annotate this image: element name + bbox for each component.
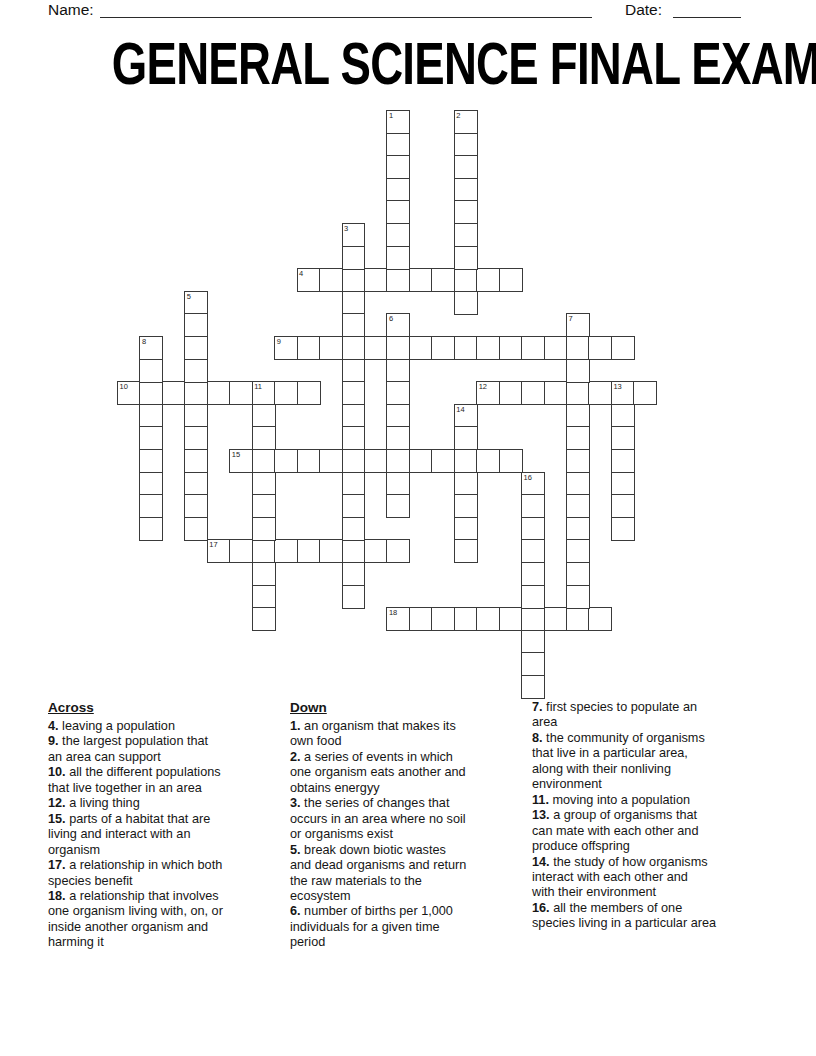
grid-cell[interactable]: [588, 607, 612, 631]
grid-cell[interactable]: [386, 200, 410, 224]
grid-cell[interactable]: [431, 336, 455, 360]
down-header: Down: [290, 700, 528, 716]
grid-cell[interactable]: [521, 494, 545, 518]
grid-cell[interactable]: [633, 381, 657, 405]
grid-cell[interactable]: [342, 539, 366, 563]
grid-cell[interactable]: [297, 449, 321, 473]
grid-cell[interactable]: [274, 381, 298, 405]
cell-number: 14: [456, 405, 464, 414]
across-header: Across: [48, 700, 286, 716]
grid-cell[interactable]: [499, 381, 523, 405]
grid-cell[interactable]: [342, 359, 366, 383]
grid-cell[interactable]: [566, 607, 590, 631]
grid-cell[interactable]: [252, 539, 276, 563]
grid-cell[interactable]: [454, 133, 478, 157]
grid-cell[interactable]: [566, 539, 590, 563]
clue-number: 6.: [290, 904, 301, 918]
grid-cell[interactable]: [544, 336, 568, 360]
grid-cell[interactable]: [139, 472, 163, 496]
clue-text: a series of events in which one organism…: [290, 750, 466, 795]
grid-cell[interactable]: [386, 359, 410, 383]
grid-cell[interactable]: [342, 268, 366, 292]
grid-cell[interactable]: [364, 449, 388, 473]
cell-number: 6: [389, 314, 393, 323]
grid-cell[interactable]: [364, 539, 388, 563]
grid-cell[interactable]: [139, 404, 163, 428]
grid-cell[interactable]: 9: [274, 336, 298, 360]
grid-cell[interactable]: [184, 449, 208, 473]
cell-number: 5: [187, 292, 191, 301]
clue-text: the study of how organisms interact with…: [532, 855, 708, 900]
grid-cell[interactable]: [611, 517, 635, 541]
grid-cell[interactable]: [409, 268, 433, 292]
grid-cell[interactable]: [611, 449, 635, 473]
grid-cell[interactable]: [499, 607, 523, 631]
grid-cell[interactable]: 7: [566, 313, 590, 337]
grid-cell[interactable]: [139, 494, 163, 518]
grid-cell[interactable]: [454, 223, 478, 247]
clue-text: the community of organisms that live in …: [532, 731, 705, 791]
grid-cell[interactable]: [566, 426, 590, 450]
grid-cell[interactable]: [454, 155, 478, 179]
clue-number: 13.: [532, 808, 550, 822]
cell-number: 3: [344, 224, 348, 233]
clue-text: number of births per 1,000 individuals f…: [290, 904, 453, 949]
grid-cell[interactable]: [499, 336, 523, 360]
grid-cell[interactable]: [476, 336, 500, 360]
grid-cell[interactable]: [611, 336, 635, 360]
grid-cell[interactable]: [342, 494, 366, 518]
grid-cell[interactable]: [409, 336, 433, 360]
grid-cell[interactable]: 8: [139, 336, 163, 360]
grid-cell[interactable]: [364, 268, 388, 292]
clue-text: an organism that makes its own food: [290, 719, 456, 748]
grid-cell[interactable]: [184, 426, 208, 450]
date-label: Date:: [625, 1, 662, 19]
clue-text: the largest population that an area can …: [48, 734, 208, 763]
grid-cell[interactable]: [454, 336, 478, 360]
grid-cell[interactable]: [386, 133, 410, 157]
clue-number: 4.: [48, 719, 59, 733]
grid-cell[interactable]: [342, 449, 366, 473]
grid-cell[interactable]: [409, 607, 433, 631]
grid-cell[interactable]: [521, 675, 545, 699]
down-clues-column: Down 1. an organism that makes its own f…: [290, 700, 528, 951]
cell-number: 2: [456, 111, 460, 120]
grid-cell[interactable]: [566, 404, 590, 428]
grid-cell[interactable]: [566, 494, 590, 518]
clue-text: first species to populate an area: [532, 700, 697, 729]
grid-cell[interactable]: 4: [297, 268, 321, 292]
grid-cell[interactable]: [454, 246, 478, 270]
clue-text: moving into a population: [549, 793, 690, 807]
grid-cell[interactable]: [476, 268, 500, 292]
grid-cell[interactable]: [252, 585, 276, 609]
clue-number: 9.: [48, 734, 59, 748]
grid-cell[interactable]: 2: [454, 110, 478, 134]
grid-cell[interactable]: [454, 178, 478, 202]
clue: 10. all the different populations that l…: [48, 765, 286, 796]
clue: 8. the community of organisms that live …: [532, 731, 774, 793]
clue-number: 11.: [532, 793, 549, 807]
grid-cell[interactable]: [499, 268, 523, 292]
grid-cell[interactable]: [454, 472, 478, 496]
clue: 9. the largest population that an area c…: [48, 734, 286, 765]
grid-cell[interactable]: [454, 426, 478, 450]
grid-cell[interactable]: [342, 426, 366, 450]
grid-cell[interactable]: [252, 607, 276, 631]
worksheet-page: Name: Date: GENERAL SCIENCE FINAL EXAM 4…: [0, 0, 816, 1056]
grid-cell[interactable]: [162, 381, 186, 405]
grid-cell[interactable]: [297, 336, 321, 360]
grid-cell[interactable]: [431, 449, 455, 473]
grid-cell[interactable]: [342, 313, 366, 337]
clue-text: a living thing: [66, 796, 140, 810]
grid-cell[interactable]: [386, 246, 410, 270]
grid-cell[interactable]: [521, 517, 545, 541]
grid-cell[interactable]: [386, 404, 410, 428]
grid-cell[interactable]: 6: [386, 313, 410, 337]
down-clues-column-2: 7. first species to populate an area8. t…: [532, 700, 774, 932]
grid-cell[interactable]: [521, 607, 545, 631]
grid-cell[interactable]: [342, 562, 366, 586]
clue-text: leaving a population: [59, 719, 175, 733]
cell-number: 16: [524, 473, 532, 482]
clue: 3. the series of changes that occurs in …: [290, 796, 528, 842]
clue: 14. the study of how organisms interact …: [532, 855, 774, 901]
grid-cell[interactable]: [588, 336, 612, 360]
page-title: GENERAL SCIENCE FINAL EXAM: [0, 33, 816, 95]
grid-cell[interactable]: [386, 539, 410, 563]
grid-cell[interactable]: 13: [611, 381, 635, 405]
grid-cell[interactable]: [476, 449, 500, 473]
grid-cell[interactable]: [566, 359, 590, 383]
grid-cell[interactable]: [431, 268, 455, 292]
clue: 18. a relationship that involves one org…: [48, 889, 286, 951]
clue-number: 1.: [290, 719, 301, 733]
clue: 11. moving into a population: [532, 793, 774, 808]
grid-cell[interactable]: [566, 585, 590, 609]
grid-cell[interactable]: [521, 539, 545, 563]
cell-number: 18: [389, 608, 397, 617]
clue-number: 3.: [290, 796, 301, 810]
name-label: Name:: [48, 1, 94, 19]
grid-cell[interactable]: [521, 630, 545, 654]
grid-cell[interactable]: [139, 517, 163, 541]
clue: 1. an organism that makes its own food: [290, 719, 528, 750]
clue-number: 14.: [532, 855, 550, 869]
grid-cell[interactable]: [184, 336, 208, 360]
cell-number: 1: [389, 111, 393, 120]
cell-number: 11: [254, 382, 262, 391]
grid-cell[interactable]: [184, 404, 208, 428]
grid-cell[interactable]: [409, 449, 433, 473]
cell-number: 12: [479, 382, 487, 391]
grid-cell[interactable]: [364, 336, 388, 360]
grid-cell[interactable]: [431, 607, 455, 631]
clue-number: 10.: [48, 765, 66, 779]
clue: 16. all the members of one species livin…: [532, 901, 774, 932]
grid-cell[interactable]: [184, 313, 208, 337]
grid-cell[interactable]: [454, 539, 478, 563]
grid-cell[interactable]: [139, 426, 163, 450]
grid-cell[interactable]: [386, 155, 410, 179]
grid-cell[interactable]: [252, 517, 276, 541]
clue-text: all the members of one species living in…: [532, 901, 716, 930]
grid-cell[interactable]: [566, 562, 590, 586]
grid-cell[interactable]: [454, 607, 478, 631]
grid-cell[interactable]: [252, 449, 276, 473]
grid-cell[interactable]: 15: [229, 449, 253, 473]
grid-cell[interactable]: 3: [342, 223, 366, 247]
grid-cell[interactable]: [252, 472, 276, 496]
grid-cell[interactable]: [521, 336, 545, 360]
grid-cell[interactable]: 16: [521, 472, 545, 496]
grid-cell[interactable]: 5: [184, 291, 208, 315]
grid-cell[interactable]: [184, 381, 208, 405]
grid-cell[interactable]: [184, 359, 208, 383]
grid-cell[interactable]: [342, 472, 366, 496]
grid-cell[interactable]: [588, 381, 612, 405]
grid-cell[interactable]: [319, 539, 343, 563]
grid-cell[interactable]: [454, 517, 478, 541]
grid-cell[interactable]: [611, 472, 635, 496]
grid-cell[interactable]: [566, 517, 590, 541]
across-clues-column: Across 4. leaving a population9. the lar…: [48, 700, 286, 951]
grid-cell[interactable]: [386, 472, 410, 496]
grid-cell[interactable]: [386, 223, 410, 247]
date-write-in-line[interactable]: [673, 17, 741, 18]
clue-text: a relationship that involves one organis…: [48, 889, 223, 949]
grid-cell[interactable]: [566, 336, 590, 360]
grid-cell[interactable]: [454, 494, 478, 518]
grid-cell[interactable]: [252, 404, 276, 428]
grid-cell[interactable]: [386, 178, 410, 202]
grid-cell[interactable]: [342, 585, 366, 609]
grid-cell[interactable]: [342, 336, 366, 360]
grid-cell[interactable]: [544, 381, 568, 405]
clue-number: 18.: [48, 889, 66, 903]
clue-number: 15.: [48, 812, 66, 826]
grid-cell[interactable]: [319, 336, 343, 360]
grid-cell[interactable]: 1: [386, 110, 410, 134]
clue: 4. leaving a population: [48, 719, 286, 734]
clue-text: break down biotic wastes and dead organi…: [290, 843, 466, 903]
grid-cell[interactable]: 11: [252, 381, 276, 405]
grid-cell[interactable]: [139, 449, 163, 473]
cell-number: 8: [142, 337, 146, 346]
grid-cell[interactable]: [566, 449, 590, 473]
grid-cell[interactable]: [319, 268, 343, 292]
grid-cell[interactable]: [386, 268, 410, 292]
clue: 5. break down biotic wastes and dead org…: [290, 843, 528, 905]
grid-cell[interactable]: [252, 562, 276, 586]
cell-number: 7: [569, 314, 573, 323]
grid-cell[interactable]: [297, 539, 321, 563]
grid-cell[interactable]: 17: [207, 539, 231, 563]
grid-cell[interactable]: [342, 517, 366, 541]
grid-cell[interactable]: [386, 449, 410, 473]
clue: 12. a living thing: [48, 796, 286, 811]
cell-number: 4: [299, 269, 303, 278]
cell-number: 9: [277, 337, 281, 346]
grid-cell[interactable]: [611, 494, 635, 518]
cell-number: 13: [613, 382, 621, 391]
grid-cell[interactable]: [207, 381, 231, 405]
grid-cell[interactable]: [499, 449, 523, 473]
grid-cell[interactable]: [521, 562, 545, 586]
grid-cell[interactable]: [139, 359, 163, 383]
clue-number: 12.: [48, 796, 66, 810]
clue-number: 5.: [290, 843, 301, 857]
grid-cell[interactable]: [454, 291, 478, 315]
grid-cell[interactable]: [139, 381, 163, 405]
grid-cell[interactable]: [342, 246, 366, 270]
grid-cell[interactable]: [274, 539, 298, 563]
grid-cell[interactable]: [544, 607, 568, 631]
grid-cell[interactable]: [386, 336, 410, 360]
grid-cell[interactable]: [476, 607, 500, 631]
grid-cell[interactable]: 10: [117, 381, 141, 405]
clue-text: the series of changes that occurs in an …: [290, 796, 466, 841]
cell-number: 17: [209, 540, 217, 549]
clue-number: 8.: [532, 731, 543, 745]
grid-cell[interactable]: [611, 426, 635, 450]
clue-text: parts of a habitat that are living and i…: [48, 812, 210, 857]
grid-cell[interactable]: [521, 652, 545, 676]
clue-number: 7.: [532, 700, 543, 714]
clue-number: 16.: [532, 901, 550, 915]
grid-cell[interactable]: [229, 381, 253, 405]
grid-cell[interactable]: [454, 449, 478, 473]
grid-cell[interactable]: [566, 472, 590, 496]
grid-cell[interactable]: [184, 517, 208, 541]
grid-cell[interactable]: 14: [454, 404, 478, 428]
grid-cell[interactable]: [342, 381, 366, 405]
grid-cell[interactable]: [229, 539, 253, 563]
grid-cell[interactable]: [319, 449, 343, 473]
grid-cell[interactable]: [184, 472, 208, 496]
grid-cell[interactable]: [386, 494, 410, 518]
grid-cell[interactable]: [454, 200, 478, 224]
crossword-board: 491011121315171812356781416: [117, 110, 657, 699]
clue-text: all the different populations that live …: [48, 765, 221, 794]
grid-cell[interactable]: 18: [386, 607, 410, 631]
clue-number: 17.: [48, 858, 66, 872]
clue: 2. a series of events in which one organ…: [290, 750, 528, 796]
clue: 17. a relationship in which both species…: [48, 858, 286, 889]
name-write-in-line[interactable]: [100, 17, 592, 18]
clue-number: 2.: [290, 750, 301, 764]
grid-cell[interactable]: [454, 268, 478, 292]
grid-cell[interactable]: [521, 585, 545, 609]
grid-cell[interactable]: [566, 381, 590, 405]
grid-cell[interactable]: [252, 494, 276, 518]
clue: 13. a group of organisms that can mate w…: [532, 808, 774, 854]
grid-cell[interactable]: [184, 494, 208, 518]
grid-cell[interactable]: [252, 426, 276, 450]
grid-cell[interactable]: [274, 449, 298, 473]
grid-cell[interactable]: [297, 381, 321, 405]
grid-cell[interactable]: [521, 381, 545, 405]
grid-cell[interactable]: [342, 291, 366, 315]
clue-text: a relationship in which both species ben…: [48, 858, 222, 887]
grid-cell[interactable]: [611, 404, 635, 428]
clue: 7. first species to populate an area: [532, 700, 774, 731]
clue: 15. parts of a habitat that are living a…: [48, 812, 286, 858]
grid-cell[interactable]: [342, 404, 366, 428]
grid-cell[interactable]: [386, 426, 410, 450]
clue: 6. number of births per 1,000 individual…: [290, 904, 528, 950]
grid-cell[interactable]: [386, 381, 410, 405]
grid-cell[interactable]: 12: [476, 381, 500, 405]
cell-number: 15: [232, 450, 240, 459]
clue-text: a group of organisms that can mate with …: [532, 808, 698, 853]
cell-number: 10: [120, 382, 128, 391]
